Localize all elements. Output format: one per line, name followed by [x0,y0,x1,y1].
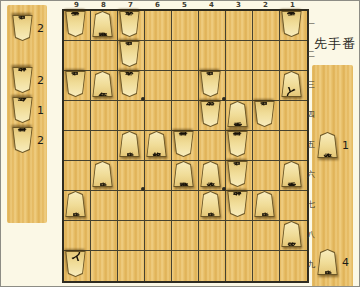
piece-face: 飛車 [174,162,193,186]
shogi-piece-sente-46[interactable]: 金将 [200,161,221,187]
gote-hand-count-桂馬: 2 [37,134,44,147]
rank-label-3: 三 [306,79,316,90]
piece-kanji: と [69,257,82,272]
star-point [141,187,145,191]
square-5-1[interactable] [172,11,199,41]
shogi-piece-sente[interactable]: 歩兵 [317,249,338,275]
square-1-2[interactable] [280,41,307,71]
square-6-9[interactable] [145,251,172,281]
square-2-5[interactable] [253,131,280,161]
piece-face: 桂馬 [174,132,193,156]
piece-body: 歩兵 [200,71,221,97]
piece-face: 歩兵 [66,192,85,216]
piece-body: 歩兵 [200,191,221,217]
gote-hand-count-銀将: 2 [37,74,44,87]
piece-face: 香車 [228,102,247,126]
shogi-piece-sente-81[interactable]: 飛車 [92,11,113,37]
piece-face: 桂馬 [228,132,247,156]
piece-face: 歩兵 [201,192,220,216]
file-label-7: 7 [117,1,144,9]
square-2-8[interactable] [253,221,280,251]
square-5-7[interactable] [172,191,199,221]
rank-label-9: 九 [306,259,316,270]
piece-face: 銀将 [13,68,32,92]
shogi-piece-sente[interactable]: 金将 [317,132,338,158]
piece-body: 玉将 [281,221,302,247]
piece-face: 角行 [93,72,112,96]
piece-body: 角行 [12,97,33,123]
shogi-piece-sente-86[interactable]: 歩兵 [92,161,113,187]
rank-label-7: 七 [306,199,316,210]
shogi-piece-sente-18[interactable]: 玉将 [281,221,302,247]
piece-face: 歩兵 [228,162,247,186]
file-label-4: 4 [198,1,225,9]
shogi-piece-gote[interactable]: 歩兵 [12,15,33,41]
piece-face: と [66,252,85,276]
square-4-2[interactable] [199,41,226,71]
square-8-8[interactable] [91,221,118,251]
square-5-8[interactable] [172,221,199,251]
file-label-3: 3 [225,1,252,9]
shogi-piece-gote-44[interactable]: 王将 [200,101,221,127]
file-label-1: 1 [279,1,306,9]
piece-face: 角行 [13,98,32,122]
shogi-piece-sente-83[interactable]: 角行 [92,71,113,97]
piece-body: 歩兵 [254,191,275,217]
shogi-piece-gote-93[interactable]: 歩兵 [65,71,86,97]
shogi-piece-sente-16[interactable]: 香車 [281,161,302,187]
star-point [141,97,145,101]
file-label-8: 8 [90,1,117,9]
shogi-piece-sente-27[interactable]: 歩兵 [254,191,275,217]
piece-body: 歩兵 [119,41,140,67]
piece-body: 金将 [317,132,338,158]
piece-face: 銀将 [228,192,247,216]
square-9-4[interactable] [64,101,91,131]
square-3-8[interactable] [226,221,253,251]
square-7-9[interactable] [118,251,145,281]
rank-label-5: 五 [306,139,316,150]
shogi-piece-sente-65[interactable]: 銀将 [146,131,167,157]
square-8-9[interactable] [91,251,118,281]
piece-body: 歩兵 [254,101,275,127]
piece-face: 王将 [201,102,220,126]
square-2-6[interactable] [253,161,280,191]
shogi-piece-gote-35[interactable]: 桂馬 [227,131,248,157]
piece-face: 歩兵 [66,72,85,96]
piece-body: 歩兵 [119,131,140,157]
square-2-3[interactable] [253,71,280,101]
shogi-piece-sente-47[interactable]: 歩兵 [200,191,221,217]
star-point [222,187,226,191]
shogi-piece-gote-36[interactable]: 歩兵 [227,161,248,187]
piece-face: 香車 [66,12,85,36]
shogi-piece-gote[interactable]: 桂馬 [12,127,33,153]
rank-label-2: 二 [306,49,316,60]
piece-body: 金将 [119,11,140,37]
square-4-9[interactable] [199,251,226,281]
piece-body: 歩兵 [65,191,86,217]
piece-body: 飛車 [92,11,113,37]
shogi-piece-gote-43[interactable]: 歩兵 [200,71,221,97]
star-point [222,97,226,101]
square-8-7[interactable] [91,191,118,221]
square-5-3[interactable] [172,71,199,101]
piece-kanji: と [285,77,298,92]
file-label-2: 2 [252,1,279,9]
piece-face: 飛車 [93,12,112,36]
square-6-2[interactable] [145,41,172,71]
square-4-1[interactable] [199,11,226,41]
piece-face: 金将 [318,133,337,157]
file-label-5: 5 [171,1,198,9]
piece-body: 香車 [65,11,86,37]
piece-body: 銀将 [12,67,33,93]
piece-face: 玉将 [282,222,301,246]
shogi-piece-gote-11[interactable]: 香車 [281,11,302,37]
piece-face: 金将 [120,72,139,96]
square-6-3[interactable] [145,71,172,101]
piece-body: 桂馬 [12,127,33,153]
square-7-7[interactable] [118,191,145,221]
rank-label-6: 六 [306,169,316,180]
shogi-piece-gote-24[interactable]: 歩兵 [254,101,275,127]
square-7-8[interactable] [118,221,145,251]
piece-body: 王将 [200,101,221,127]
piece-body: 歩兵 [227,161,248,187]
square-8-4[interactable] [91,101,118,131]
turn-indicator: 先手番 [314,35,356,53]
rank-label-1: 一 [306,19,316,30]
piece-body: 香車 [227,101,248,127]
piece-body: 桂馬 [173,131,194,157]
square-5-9[interactable] [172,251,199,281]
shogi-piece-gote-37[interactable]: 銀将 [227,191,248,217]
square-9-6[interactable] [64,161,91,191]
square-4-8[interactable] [199,221,226,251]
piece-face: 歩兵 [318,250,337,274]
piece-body: 飛車 [173,161,194,187]
piece-body: と [65,251,86,277]
piece-body: 角行 [92,71,113,97]
sente-hand-count-金将: 1 [342,139,349,152]
piece-face: 歩兵 [120,42,139,66]
rank-label-4: 四 [306,109,316,120]
piece-body: 桂馬 [227,131,248,157]
square-1-7[interactable] [280,191,307,221]
piece-face: 桂馬 [13,128,32,152]
piece-body: 銀将 [146,131,167,157]
square-6-4[interactable] [145,101,172,131]
shogi-piece-sente-34[interactable]: 香車 [227,101,248,127]
piece-face: 歩兵 [201,72,220,96]
square-8-5[interactable] [91,131,118,161]
square-9-2[interactable] [64,41,91,71]
piece-body: 香車 [281,161,302,187]
piece-face: 歩兵 [120,132,139,156]
shogi-app-window: 先手番 987654321一二三四五六七八九香車飛車金将香車歩兵歩兵角行金将歩兵… [0,0,360,287]
sente-hand-count-歩兵: 4 [342,256,349,269]
piece-face: 歩兵 [255,102,274,126]
square-3-9[interactable] [226,251,253,281]
piece-body: と [281,71,302,97]
shogi-piece-sente-97[interactable]: 歩兵 [65,191,86,217]
shogi-piece-gote[interactable]: 銀将 [12,67,33,93]
gote-hand-count-歩兵: 2 [37,22,44,35]
shogi-piece-gote-55[interactable]: 桂馬 [173,131,194,157]
piece-face: 歩兵 [13,16,32,40]
shogi-piece-gote-73[interactable]: 金将 [119,71,140,97]
square-3-2[interactable] [226,41,253,71]
square-1-4[interactable] [280,101,307,131]
square-5-4[interactable] [172,101,199,131]
square-8-2[interactable] [91,41,118,71]
gote-hand-count-角行: 1 [37,104,44,117]
square-9-5[interactable] [64,131,91,161]
file-label-9: 9 [63,1,90,9]
square-9-8[interactable] [64,221,91,251]
piece-body: 金将 [119,71,140,97]
piece-face: 金将 [120,12,139,36]
shogi-piece-gote-71[interactable]: 金将 [119,11,140,37]
shogi-piece-gote-91[interactable]: 香車 [65,11,86,37]
piece-face: 銀将 [147,132,166,156]
piece-body: 歩兵 [317,249,338,275]
piece-body: 歩兵 [12,15,33,41]
shogi-piece-gote-99[interactable]: と [65,251,86,277]
square-7-4[interactable] [118,101,145,131]
square-1-5[interactable] [280,131,307,161]
shogi-piece-sente-13[interactable]: と [281,71,302,97]
square-6-7[interactable] [145,191,172,221]
piece-body: 香車 [281,11,302,37]
shogi-piece-sente-56[interactable]: 飛車 [173,161,194,187]
square-6-6[interactable] [145,161,172,191]
square-6-1[interactable] [145,11,172,41]
square-2-1[interactable] [253,11,280,41]
shogi-piece-gote[interactable]: 角行 [12,97,33,123]
square-6-8[interactable] [145,221,172,251]
rank-label-8: 八 [306,229,316,240]
square-2-9[interactable] [253,251,280,281]
square-4-5[interactable] [199,131,226,161]
piece-face: 歩兵 [93,162,112,186]
piece-body: 金将 [200,161,221,187]
square-3-3[interactable] [226,71,253,101]
square-1-9[interactable] [280,251,307,281]
piece-body: 銀将 [227,191,248,217]
shogi-piece-sente-75[interactable]: 歩兵 [119,131,140,157]
piece-face: 香車 [282,12,301,36]
piece-face: 歩兵 [255,192,274,216]
shogi-piece-gote-72[interactable]: 歩兵 [119,41,140,67]
file-label-6: 6 [144,1,171,9]
square-3-1[interactable] [226,11,253,41]
piece-body: 歩兵 [65,71,86,97]
square-2-2[interactable] [253,41,280,71]
piece-face: と [282,72,301,96]
piece-face: 金将 [201,162,220,186]
piece-body: 歩兵 [92,161,113,187]
piece-face: 香車 [282,162,301,186]
square-5-2[interactable] [172,41,199,71]
